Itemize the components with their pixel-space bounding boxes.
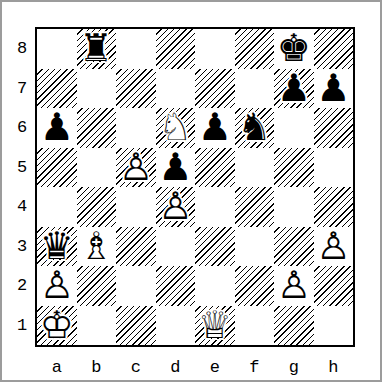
square-h3[interactable]: ♟♙ (314, 227, 354, 267)
square-f5[interactable] (235, 148, 275, 188)
square-f2[interactable] (235, 266, 275, 306)
square-b7[interactable] (77, 69, 117, 109)
square-a7[interactable] (37, 69, 77, 109)
chess-board: ♜♜♚♚♟♟♟♟♟♟♞♘♟♟♞♞♟♙♟♟♟♙♛♛♝♗♟♙♟♙♟♙♚♔♛♕ (35, 27, 355, 347)
square-b8[interactable]: ♜♜ (77, 29, 117, 69)
square-e2[interactable] (195, 266, 235, 306)
square-b6[interactable] (77, 108, 117, 148)
piece-black-pawn[interactable]: ♟♟ (156, 148, 196, 188)
piece-outline-layer: ♙ (156, 187, 196, 227)
square-f3[interactable] (235, 227, 275, 267)
piece-white-pawn[interactable]: ♟♙ (156, 187, 196, 227)
file-label-h: h (314, 353, 354, 381)
square-d4[interactable]: ♟♙ (156, 187, 196, 227)
square-e1[interactable]: ♛♕ (195, 306, 235, 346)
piece-white-bishop[interactable]: ♝♗ (77, 227, 117, 267)
piece-outline-layer: ♘ (156, 108, 196, 148)
square-a6[interactable]: ♟♟ (37, 108, 77, 148)
piece-black-pawn[interactable]: ♟♟ (274, 69, 314, 109)
square-b1[interactable] (77, 306, 117, 346)
piece-black-king[interactable]: ♚♚ (274, 29, 314, 69)
square-h1[interactable] (314, 306, 354, 346)
square-g2[interactable]: ♟♙ (274, 266, 314, 306)
piece-outline-layer: ♞ (235, 108, 275, 148)
square-e8[interactable] (195, 29, 235, 69)
file-label-a: a (37, 353, 77, 381)
rank-label-2: 2 (10, 266, 34, 306)
square-b5[interactable] (77, 148, 117, 188)
square-g6[interactable] (274, 108, 314, 148)
piece-outline-layer: ♟ (274, 69, 314, 109)
piece-white-pawn[interactable]: ♟♙ (314, 227, 354, 267)
square-d8[interactable] (156, 29, 196, 69)
square-e3[interactable] (195, 227, 235, 267)
file-label-f: f (235, 353, 275, 381)
square-g4[interactable] (274, 187, 314, 227)
square-e4[interactable] (195, 187, 235, 227)
square-h4[interactable] (314, 187, 354, 227)
rank-labels: 87654321 (10, 29, 34, 345)
piece-white-pawn[interactable]: ♟♙ (274, 266, 314, 306)
square-d5[interactable]: ♟♟ (156, 148, 196, 188)
piece-outline-layer: ♙ (116, 148, 156, 188)
rank-label-3: 3 (10, 227, 34, 267)
piece-outline-layer: ♟ (195, 108, 235, 148)
square-g5[interactable] (274, 148, 314, 188)
piece-black-pawn[interactable]: ♟♟ (37, 108, 77, 148)
square-f6[interactable]: ♞♞ (235, 108, 275, 148)
square-c1[interactable] (116, 306, 156, 346)
square-d1[interactable] (156, 306, 196, 346)
piece-outline-layer: ♟ (314, 69, 354, 109)
piece-outline-layer: ♙ (314, 227, 354, 267)
rank-label-4: 4 (10, 187, 34, 227)
square-d7[interactable] (156, 69, 196, 109)
file-label-b: b (77, 353, 117, 381)
square-d2[interactable] (156, 266, 196, 306)
piece-black-pawn[interactable]: ♟♟ (314, 69, 354, 109)
piece-black-knight[interactable]: ♞♞ (235, 108, 275, 148)
piece-white-knight[interactable]: ♞♘ (156, 108, 196, 148)
piece-white-pawn[interactable]: ♟♙ (37, 266, 77, 306)
file-label-e: e (195, 353, 235, 381)
square-f7[interactable] (235, 69, 275, 109)
file-label-c: c (116, 353, 156, 381)
square-c6[interactable] (116, 108, 156, 148)
piece-outline-layer: ♕ (195, 306, 235, 346)
piece-black-pawn[interactable]: ♟♟ (195, 108, 235, 148)
square-a2[interactable]: ♟♙ (37, 266, 77, 306)
rank-label-7: 7 (10, 69, 34, 109)
square-c7[interactable] (116, 69, 156, 109)
piece-outline-layer: ♔ (37, 306, 77, 346)
piece-outline-layer: ♟ (37, 108, 77, 148)
square-a8[interactable] (37, 29, 77, 69)
square-c5[interactable]: ♟♙ (116, 148, 156, 188)
square-h5[interactable] (314, 148, 354, 188)
square-c4[interactable] (116, 187, 156, 227)
square-g3[interactable] (274, 227, 314, 267)
rank-label-6: 6 (10, 108, 34, 148)
piece-outline-layer: ♚ (274, 29, 314, 69)
square-e7[interactable] (195, 69, 235, 109)
piece-outline-layer: ♗ (77, 227, 117, 267)
rank-label-5: 5 (10, 148, 34, 188)
piece-outline-layer: ♛ (37, 227, 77, 267)
square-c3[interactable] (116, 227, 156, 267)
square-d6[interactable]: ♞♘ (156, 108, 196, 148)
piece-outline-layer: ♟ (156, 148, 196, 188)
square-h6[interactable] (314, 108, 354, 148)
square-a3[interactable]: ♛♛ (37, 227, 77, 267)
square-a4[interactable] (37, 187, 77, 227)
square-b3[interactable]: ♝♗ (77, 227, 117, 267)
square-a1[interactable]: ♚♔ (37, 306, 77, 346)
square-e5[interactable] (195, 148, 235, 188)
piece-black-rook[interactable]: ♜♜ (77, 29, 117, 69)
square-h8[interactable] (314, 29, 354, 69)
file-label-g: g (274, 353, 314, 381)
square-b4[interactable] (77, 187, 117, 227)
square-d3[interactable] (156, 227, 196, 267)
square-g8[interactable]: ♚♚ (274, 29, 314, 69)
square-f8[interactable] (235, 29, 275, 69)
square-b2[interactable] (77, 266, 117, 306)
square-f1[interactable] (235, 306, 275, 346)
square-h7[interactable]: ♟♟ (314, 69, 354, 109)
piece-outline-layer: ♙ (37, 266, 77, 306)
square-e6[interactable]: ♟♟ (195, 108, 235, 148)
piece-outline-layer: ♙ (274, 266, 314, 306)
piece-black-queen[interactable]: ♛♛ (37, 227, 77, 267)
square-g7[interactable]: ♟♟ (274, 69, 314, 109)
rank-label-1: 1 (10, 306, 34, 346)
file-label-d: d (156, 353, 196, 381)
piece-outline-layer: ♜ (77, 29, 117, 69)
file-labels: abcdefgh (37, 353, 353, 381)
square-c8[interactable] (116, 29, 156, 69)
piece-white-king[interactable]: ♚♔ (37, 306, 77, 346)
square-a5[interactable] (37, 148, 77, 188)
piece-white-queen[interactable]: ♛♕ (195, 306, 235, 346)
piece-white-pawn[interactable]: ♟♙ (116, 148, 156, 188)
square-g1[interactable] (274, 306, 314, 346)
chess-diagram: 87654321 ♜♜♚♚♟♟♟♟♟♟♞♘♟♟♞♞♟♙♟♟♟♙♛♛♝♗♟♙♟♙♟… (0, 0, 382, 382)
square-h2[interactable] (314, 266, 354, 306)
square-f4[interactable] (235, 187, 275, 227)
square-c2[interactable] (116, 266, 156, 306)
rank-label-8: 8 (10, 29, 34, 69)
